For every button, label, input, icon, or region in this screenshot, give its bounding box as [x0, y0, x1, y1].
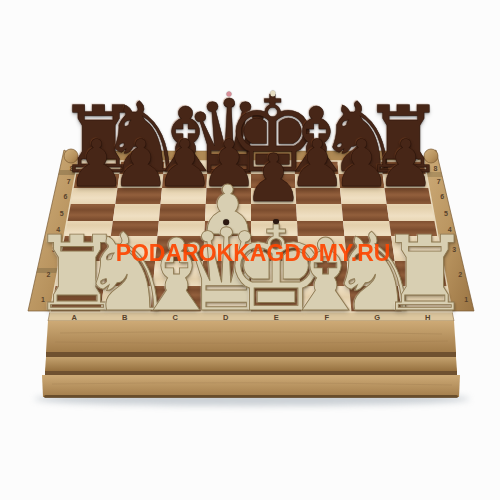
- piece-black-pawn-d7: ♟: [200, 131, 258, 196]
- piece-black-knight-b8: ♞: [99, 91, 185, 187]
- finial-d8: [227, 92, 232, 97]
- piece-white-knight-g1: ♞: [327, 219, 424, 327]
- piece-black-pawn-c7: ♟: [156, 131, 214, 196]
- piece-black-pawn-a7: ♟: [67, 131, 125, 196]
- piece-white-rook-a1: ♜: [31, 222, 124, 326]
- piece-black-queen-d8: ♛: [184, 86, 275, 187]
- piece-black-bishop-c8: ♝: [146, 97, 226, 186]
- finial-e1: [273, 219, 279, 225]
- piece-black-king-e8: ♚: [226, 83, 320, 188]
- finial-e8: [270, 91, 275, 96]
- pieces-layer: ♜♞♝♛♚♝♞♜♟♟♟♟♟♟♟♟♟♜♞♝♛♚♝♞♜: [0, 0, 500, 500]
- chess-set-photo: ABCDEFGH8877665544332211 ♜♞♝♛♚♝♞♜♟♟♟♟♟♟♟…: [0, 0, 500, 500]
- piece-white-bishop-f1: ♝: [281, 226, 371, 326]
- piece-black-bishop-f8: ♝: [277, 97, 357, 186]
- piece-white-bishop-c1: ♝: [132, 226, 222, 326]
- piece-black-knight-g8: ♞: [317, 91, 403, 187]
- piece-white-king-e1: ♚: [223, 210, 329, 328]
- finial-d1: [223, 219, 229, 225]
- piece-black-pawn-h7: ♟: [376, 131, 434, 196]
- piece-black-pawn-b7: ♟: [111, 131, 169, 196]
- piece-black-pawn-e6: ♟: [244, 146, 303, 212]
- piece-black-rook-h8: ♜: [362, 94, 445, 186]
- piece-white-knight-b1: ♞: [78, 219, 175, 327]
- piece-white-queen-d1: ♛: [175, 214, 277, 328]
- piece-black-pawn-g7: ♟: [332, 131, 390, 196]
- piece-black-pawn-f7: ♟: [288, 131, 346, 196]
- piece-black-rook-a8: ♜: [57, 94, 140, 186]
- piece-white-pawn-d4: ♟: [197, 176, 258, 245]
- piece-white-rook-h1: ♜: [378, 222, 471, 326]
